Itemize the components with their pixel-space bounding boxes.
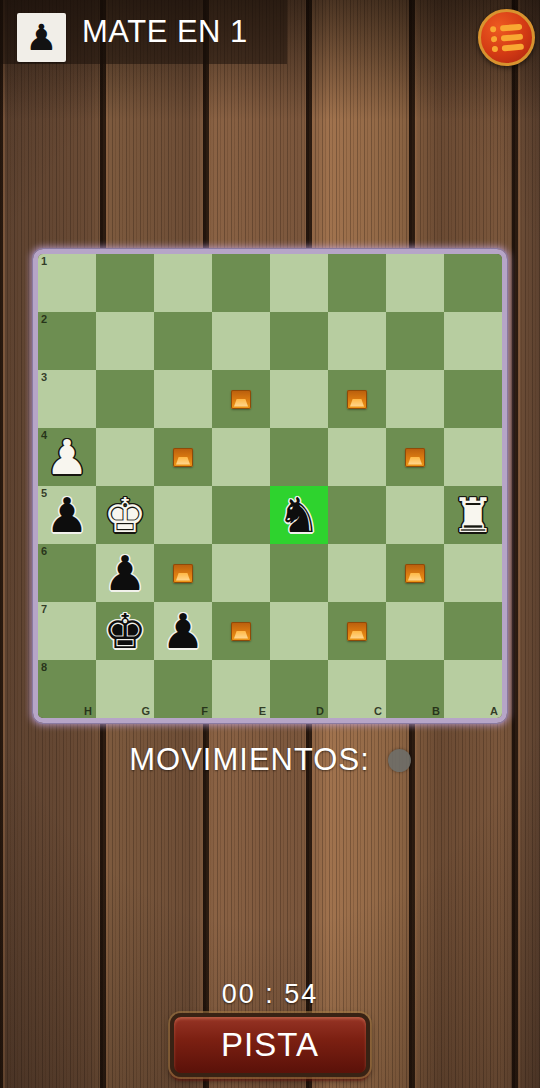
piece-black-knight[interactable]: ♞ [277, 491, 320, 539]
square-e4[interactable] [212, 428, 270, 486]
square-g3[interactable] [96, 370, 154, 428]
square-c3[interactable] [328, 370, 386, 428]
piece-black-pawn[interactable]: ♟ [45, 491, 88, 539]
rank-label-8: 8 [41, 661, 47, 673]
move-target-marker[interactable] [405, 564, 425, 583]
square-d7[interactable] [270, 602, 328, 660]
square-c5[interactable] [328, 486, 386, 544]
square-a7[interactable] [444, 602, 502, 660]
page-title: MATE EN 1 [82, 0, 248, 64]
square-b3[interactable] [386, 370, 444, 428]
file-label-h: H [84, 705, 92, 717]
app-screen: ♟ MATE EN 1 1234♟5♟♚♞♜6♟7♚♟8HGFEDCBA MOV… [0, 0, 540, 1088]
square-h5[interactable]: 5♟ [38, 486, 96, 544]
square-f7[interactable]: ♟ [154, 602, 212, 660]
rank-label-7: 7 [41, 603, 47, 615]
file-label-f: F [201, 705, 208, 717]
piece-white-pawn[interactable]: ♟ [45, 433, 88, 481]
square-a2[interactable] [444, 312, 502, 370]
list-menu-icon [489, 23, 523, 52]
move-target-marker[interactable] [405, 448, 425, 467]
square-a3[interactable] [444, 370, 502, 428]
square-f5[interactable] [154, 486, 212, 544]
square-e7[interactable] [212, 602, 270, 660]
square-f8[interactable]: F [154, 660, 212, 718]
file-label-b: B [432, 705, 440, 717]
square-b5[interactable] [386, 486, 444, 544]
move-target-marker[interactable] [347, 390, 367, 409]
square-d2[interactable] [270, 312, 328, 370]
piece-black-pawn[interactable]: ♟ [103, 549, 146, 597]
square-h4[interactable]: 4♟ [38, 428, 96, 486]
header-bar: ♟ MATE EN 1 [0, 0, 540, 64]
square-e3[interactable] [212, 370, 270, 428]
piece-black-king[interactable]: ♚ [103, 607, 146, 655]
square-c6[interactable] [328, 544, 386, 602]
square-h8[interactable]: 8H [38, 660, 96, 718]
square-b8[interactable]: B [386, 660, 444, 718]
file-label-g: G [141, 705, 150, 717]
square-d1[interactable] [270, 254, 328, 312]
square-h2[interactable]: 2 [38, 312, 96, 370]
square-e6[interactable] [212, 544, 270, 602]
moves-indicator-dot [388, 749, 411, 772]
piece-black-pawn[interactable]: ♟ [161, 607, 204, 655]
square-g6[interactable]: ♟ [96, 544, 154, 602]
square-a5[interactable]: ♜ [444, 486, 502, 544]
file-label-e: E [259, 705, 266, 717]
square-h6[interactable]: 6 [38, 544, 96, 602]
rank-label-1: 1 [41, 255, 47, 267]
hint-button[interactable]: PISTA [170, 1013, 370, 1077]
square-c7[interactable] [328, 602, 386, 660]
file-label-d: D [316, 705, 324, 717]
square-a1[interactable] [444, 254, 502, 312]
square-a6[interactable] [444, 544, 502, 602]
square-e2[interactable] [212, 312, 270, 370]
move-target-marker[interactable] [231, 622, 251, 641]
move-target-marker[interactable] [231, 390, 251, 409]
square-b6[interactable] [386, 544, 444, 602]
rank-label-6: 6 [41, 545, 47, 557]
square-f4[interactable] [154, 428, 212, 486]
square-f1[interactable] [154, 254, 212, 312]
square-d3[interactable] [270, 370, 328, 428]
square-d6[interactable] [270, 544, 328, 602]
pawn-icon-box: ♟ [17, 13, 66, 62]
piece-white-king[interactable]: ♚ [103, 491, 146, 539]
square-g1[interactable] [96, 254, 154, 312]
menu-row [491, 43, 523, 52]
square-h3[interactable]: 3 [38, 370, 96, 428]
square-c1[interactable] [328, 254, 386, 312]
square-d5[interactable]: ♞ [270, 486, 328, 544]
square-c2[interactable] [328, 312, 386, 370]
moves-row: MOVIMIENTOS: [0, 742, 540, 778]
rank-label-3: 3 [41, 371, 47, 383]
timer: 00 : 54 [0, 979, 540, 1010]
square-d4[interactable] [270, 428, 328, 486]
chess-board-frame: 1234♟5♟♚♞♜6♟7♚♟8HGFEDCBA [33, 249, 507, 723]
menu-row [490, 33, 522, 42]
square-f2[interactable] [154, 312, 212, 370]
file-label-a: A [490, 705, 498, 717]
square-b4[interactable] [386, 428, 444, 486]
square-f6[interactable] [154, 544, 212, 602]
square-g2[interactable] [96, 312, 154, 370]
square-b7[interactable] [386, 602, 444, 660]
menu-button[interactable] [478, 9, 535, 66]
square-e5[interactable] [212, 486, 270, 544]
square-b2[interactable] [386, 312, 444, 370]
square-h1[interactable]: 1 [38, 254, 96, 312]
square-e1[interactable] [212, 254, 270, 312]
file-label-c: C [374, 705, 382, 717]
square-c8[interactable]: C [328, 660, 386, 718]
move-target-marker[interactable] [347, 622, 367, 641]
square-g8[interactable]: G [96, 660, 154, 718]
square-g5[interactable]: ♚ [96, 486, 154, 544]
square-e8[interactable]: E [212, 660, 270, 718]
pawn-icon: ♟ [25, 20, 57, 56]
move-target-marker[interactable] [173, 448, 193, 467]
square-g7[interactable]: ♚ [96, 602, 154, 660]
moves-label: MOVIMIENTOS: [129, 742, 370, 778]
move-target-marker[interactable] [173, 564, 193, 583]
square-a8[interactable]: A [444, 660, 502, 718]
square-b1[interactable] [386, 254, 444, 312]
square-h7[interactable]: 7 [38, 602, 96, 660]
square-a4[interactable] [444, 428, 502, 486]
chess-board: 1234♟5♟♚♞♜6♟7♚♟8HGFEDCBA [38, 254, 502, 718]
rank-label-2: 2 [41, 313, 47, 325]
menu-row [489, 23, 521, 32]
square-g4[interactable] [96, 428, 154, 486]
square-d8[interactable]: D [270, 660, 328, 718]
square-c4[interactable] [328, 428, 386, 486]
piece-white-rook[interactable]: ♜ [451, 491, 494, 539]
square-f3[interactable] [154, 370, 212, 428]
